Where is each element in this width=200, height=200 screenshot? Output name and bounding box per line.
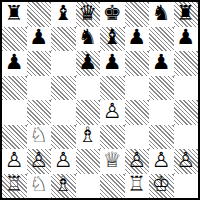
square-a1[interactable]: ♖ (2, 174, 27, 199)
square-c2[interactable]: ♙ (51, 149, 76, 174)
white-pawn-b2: ♙ (29, 150, 48, 171)
white-knight-b1: ♘ (29, 174, 48, 195)
square-c4[interactable] (51, 100, 76, 125)
square-h5[interactable] (174, 76, 199, 101)
square-b2[interactable]: ♙ (27, 149, 52, 174)
black-rook-a8: ♜ (5, 3, 24, 24)
white-rook-a1: ♖ (5, 174, 24, 195)
black-pawn-b7: ♟ (29, 27, 48, 48)
square-e8[interactable]: ♚ (100, 2, 125, 27)
black-pawn-h7: ♟ (176, 27, 195, 48)
square-h2[interactable]: ♙ (174, 149, 199, 174)
chess-diagram: ♜♝♛♚♞♜♟♞♝♟♟♟♟♟♟♙♘♗♙♙♙♕♙♙♙♖♘♗♖♔ (0, 0, 200, 200)
square-g1[interactable]: ♔ (149, 174, 174, 199)
square-f6[interactable] (125, 51, 150, 76)
black-pawn-f7: ♟ (127, 27, 146, 48)
square-b6[interactable] (27, 51, 52, 76)
square-a8[interactable]: ♜ (2, 2, 27, 27)
square-d5[interactable] (76, 76, 101, 101)
square-g8[interactable]: ♞ (149, 2, 174, 27)
square-h4[interactable] (174, 100, 199, 125)
square-h8[interactable]: ♜ (174, 2, 199, 27)
black-bishop-c8: ♝ (54, 3, 73, 24)
square-a3[interactable] (2, 125, 27, 150)
square-d1[interactable] (76, 174, 101, 199)
square-b5[interactable] (27, 76, 52, 101)
square-d6[interactable]: ♟ (76, 51, 101, 76)
square-d2[interactable] (76, 149, 101, 174)
square-g6[interactable]: ♟ (149, 51, 174, 76)
square-b1[interactable]: ♘ (27, 174, 52, 199)
square-a7[interactable] (2, 27, 27, 52)
square-c3[interactable] (51, 125, 76, 150)
black-pawn-d6: ♟ (78, 52, 97, 73)
white-pawn-e4: ♙ (103, 101, 122, 122)
square-g2[interactable]: ♙ (149, 149, 174, 174)
square-a4[interactable] (2, 100, 27, 125)
white-pawn-f2: ♙ (127, 150, 146, 171)
square-g3[interactable] (149, 125, 174, 150)
black-queen-d8: ♛ (78, 3, 97, 24)
square-c8[interactable]: ♝ (51, 2, 76, 27)
square-f8[interactable] (125, 2, 150, 27)
white-rook-f1: ♖ (127, 174, 146, 195)
black-pawn-g6: ♟ (152, 52, 171, 73)
square-f2[interactable]: ♙ (125, 149, 150, 174)
white-knight-b3: ♘ (29, 125, 48, 146)
square-e4[interactable]: ♙ (100, 100, 125, 125)
square-b7[interactable]: ♟ (27, 27, 52, 52)
square-d8[interactable]: ♛ (76, 2, 101, 27)
white-bishop-c1: ♗ (54, 174, 73, 195)
square-f3[interactable] (125, 125, 150, 150)
square-g5[interactable] (149, 76, 174, 101)
square-c5[interactable] (51, 76, 76, 101)
square-f5[interactable] (125, 76, 150, 101)
black-rook-h8: ♜ (176, 3, 195, 24)
square-d7[interactable]: ♞ (76, 27, 101, 52)
square-f4[interactable] (125, 100, 150, 125)
square-c1[interactable]: ♗ (51, 174, 76, 199)
square-h6[interactable] (174, 51, 199, 76)
square-c6[interactable] (51, 51, 76, 76)
black-bishop-e7: ♝ (103, 27, 122, 48)
square-e1[interactable] (100, 174, 125, 199)
square-e7[interactable]: ♝ (100, 27, 125, 52)
white-pawn-a2: ♙ (5, 150, 24, 171)
square-a2[interactable]: ♙ (2, 149, 27, 174)
black-king-e8: ♚ (103, 3, 122, 24)
square-d4[interactable] (76, 100, 101, 125)
square-h3[interactable] (174, 125, 199, 150)
square-e2[interactable]: ♕ (100, 149, 125, 174)
square-d3[interactable]: ♗ (76, 125, 101, 150)
black-pawn-a6: ♟ (5, 52, 24, 73)
square-e5[interactable] (100, 76, 125, 101)
square-b3[interactable]: ♘ (27, 125, 52, 150)
black-pawn-e6: ♟ (103, 52, 122, 73)
square-a5[interactable] (2, 76, 27, 101)
square-a6[interactable]: ♟ (2, 51, 27, 76)
black-knight-d7: ♞ (78, 27, 97, 48)
square-f7[interactable]: ♟ (125, 27, 150, 52)
square-h7[interactable]: ♟ (174, 27, 199, 52)
white-pawn-g2: ♙ (152, 150, 171, 171)
square-b4[interactable] (27, 100, 52, 125)
white-king-g1: ♔ (152, 174, 171, 195)
white-pawn-c2: ♙ (54, 150, 73, 171)
white-pawn-h2: ♙ (176, 150, 195, 171)
square-c7[interactable] (51, 27, 76, 52)
white-queen-e2: ♕ (103, 150, 122, 171)
square-e6[interactable]: ♟ (100, 51, 125, 76)
square-f1[interactable]: ♖ (125, 174, 150, 199)
black-knight-g8: ♞ (152, 3, 171, 24)
square-g4[interactable] (149, 100, 174, 125)
square-e3[interactable] (100, 125, 125, 150)
white-bishop-d3: ♗ (78, 125, 97, 146)
square-b8[interactable] (27, 2, 52, 27)
square-h1[interactable] (174, 174, 199, 199)
chess-board: ♜♝♛♚♞♜♟♞♝♟♟♟♟♟♟♙♘♗♙♙♙♕♙♙♙♖♘♗♖♔ (0, 0, 200, 200)
square-g7[interactable] (149, 27, 174, 52)
